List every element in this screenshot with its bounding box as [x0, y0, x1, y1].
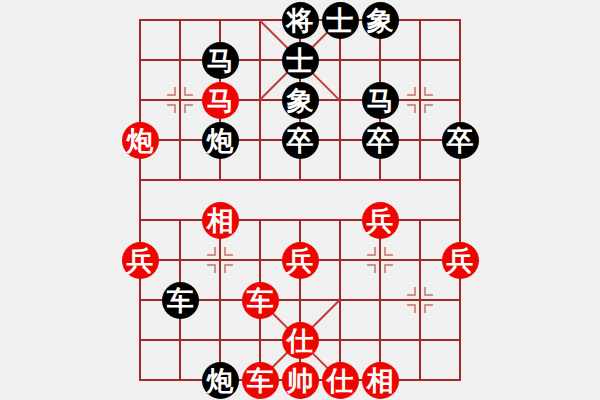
board-border-line — [139, 19, 141, 381]
point-marker — [167, 104, 176, 113]
point-marker — [224, 264, 233, 273]
black-general[interactable]: 将 — [282, 2, 319, 39]
point-marker — [407, 287, 416, 296]
screenshot-root: 将士象马士马象马炮炮卒卒卒相兵兵兵兵车车仕炮车帅仕相 — [0, 0, 600, 400]
point-marker — [207, 247, 216, 256]
red-chariot[interactable]: 车 — [242, 282, 279, 319]
point-marker — [184, 87, 193, 96]
board-border-line — [459, 19, 461, 381]
point-marker — [407, 87, 416, 96]
point-marker — [224, 247, 233, 256]
black-soldier[interactable]: 卒 — [442, 122, 479, 159]
red-general[interactable]: 帅 — [282, 362, 319, 399]
point-marker — [184, 104, 193, 113]
point-marker — [207, 264, 216, 273]
grid-line — [419, 19, 421, 181]
red-advisor[interactable]: 仕 — [322, 362, 359, 399]
grid-line — [179, 19, 181, 181]
red-elephant[interactable]: 相 — [202, 202, 239, 239]
black-advisor[interactable]: 士 — [282, 42, 319, 79]
red-advisor[interactable]: 仕 — [282, 322, 319, 359]
point-marker — [167, 87, 176, 96]
point-marker — [384, 247, 393, 256]
red-soldier[interactable]: 兵 — [442, 242, 479, 279]
red-horse[interactable]: 马 — [202, 82, 239, 119]
xiangqi-board: 将士象马士马象马炮炮卒卒卒相兵兵兵兵车车仕炮车帅仕相 — [0, 0, 600, 400]
black-elephant[interactable]: 象 — [282, 82, 319, 119]
red-chariot[interactable]: 车 — [242, 362, 279, 399]
point-marker — [424, 287, 433, 296]
grid-line — [219, 219, 221, 381]
point-marker — [424, 104, 433, 113]
grid-line — [379, 219, 381, 381]
point-marker — [424, 304, 433, 313]
point-marker — [407, 104, 416, 113]
red-soldier[interactable]: 兵 — [282, 242, 319, 279]
point-marker — [407, 304, 416, 313]
black-horse[interactable]: 马 — [362, 82, 399, 119]
black-cannon[interactable]: 炮 — [202, 362, 239, 399]
point-marker — [384, 264, 393, 273]
point-marker — [367, 247, 376, 256]
black-elephant[interactable]: 象 — [362, 2, 399, 39]
red-soldier[interactable]: 兵 — [122, 242, 159, 279]
black-soldier[interactable]: 卒 — [362, 122, 399, 159]
red-cannon[interactable]: 炮 — [122, 122, 159, 159]
point-marker — [367, 264, 376, 273]
point-marker — [424, 87, 433, 96]
red-soldier[interactable]: 兵 — [362, 202, 399, 239]
grid-line — [419, 219, 421, 381]
black-chariot[interactable]: 车 — [162, 282, 199, 319]
black-advisor[interactable]: 士 — [322, 2, 359, 39]
black-soldier[interactable]: 卒 — [282, 122, 319, 159]
black-horse[interactable]: 马 — [202, 42, 239, 79]
black-cannon[interactable]: 炮 — [202, 122, 239, 159]
red-elephant[interactable]: 相 — [362, 362, 399, 399]
